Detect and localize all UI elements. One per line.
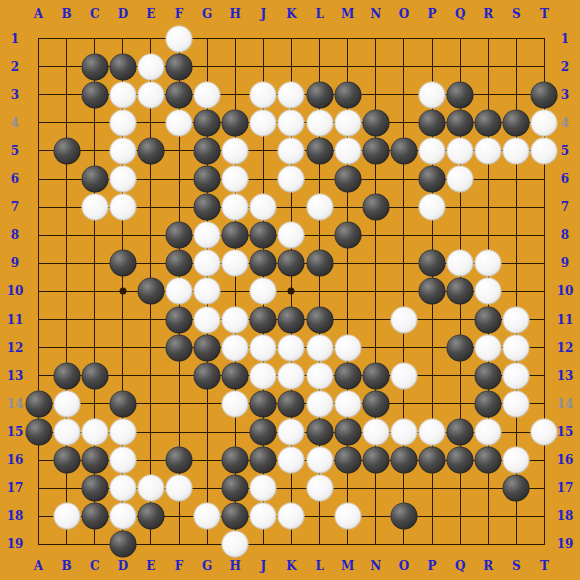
stone-black-N4 xyxy=(362,109,389,136)
stone-white-E3 xyxy=(137,81,164,108)
stone-black-H4 xyxy=(222,109,249,136)
stone-white-E2 xyxy=(137,53,164,80)
stone-black-J11 xyxy=(250,306,277,333)
stone-white-C7 xyxy=(81,194,108,221)
stone-black-O16 xyxy=(390,447,417,474)
stone-white-Q5 xyxy=(447,137,474,164)
row-label-left-14: 14 xyxy=(7,398,24,410)
stone-black-L5 xyxy=(306,137,333,164)
row-label-right-17: 17 xyxy=(557,482,574,494)
stone-white-J13 xyxy=(250,362,277,389)
stone-white-H9 xyxy=(222,250,249,277)
stone-black-P9 xyxy=(419,250,446,277)
stone-black-N7 xyxy=(362,194,389,221)
column-label-bottom-D: D xyxy=(118,560,128,572)
stone-white-L14 xyxy=(306,390,333,417)
stone-white-J12 xyxy=(250,334,277,361)
stone-white-H6 xyxy=(222,166,249,193)
stone-white-F17 xyxy=(166,475,193,502)
column-label-top-Q: Q xyxy=(455,8,465,20)
row-label-right-4: 4 xyxy=(561,117,569,129)
column-label-bottom-O: O xyxy=(399,560,409,572)
column-label-top-J: J xyxy=(261,8,267,20)
stone-white-H7 xyxy=(222,194,249,221)
stone-black-P10 xyxy=(419,278,446,305)
stone-white-P5 xyxy=(419,137,446,164)
stone-black-L3 xyxy=(306,81,333,108)
stone-white-D16 xyxy=(109,447,136,474)
stone-black-G6 xyxy=(194,166,221,193)
row-label-left-12: 12 xyxy=(7,342,24,354)
stone-white-S12 xyxy=(503,334,530,361)
column-label-top-H: H xyxy=(230,8,241,20)
stone-black-H8 xyxy=(222,222,249,249)
stone-black-D2 xyxy=(109,53,136,80)
row-label-right-19: 19 xyxy=(557,538,574,550)
column-label-bottom-C: C xyxy=(90,560,100,572)
column-label-top-L: L xyxy=(315,8,323,20)
row-label-left-1: 1 xyxy=(11,33,19,45)
stone-white-R5 xyxy=(475,137,502,164)
stone-black-F8 xyxy=(166,222,193,249)
column-label-bottom-R: R xyxy=(483,560,493,572)
column-label-top-C: C xyxy=(90,8,100,20)
row-label-left-17: 17 xyxy=(7,482,24,494)
stone-black-P6 xyxy=(419,166,446,193)
column-label-bottom-G: G xyxy=(202,560,212,572)
stone-black-O18 xyxy=(390,503,417,530)
stone-black-D14 xyxy=(109,390,136,417)
stone-black-S4 xyxy=(503,109,530,136)
stone-white-G9 xyxy=(194,250,221,277)
row-label-left-4: 4 xyxy=(11,117,19,129)
row-label-right-13: 13 xyxy=(557,370,574,382)
stone-black-C2 xyxy=(81,53,108,80)
row-label-left-16: 16 xyxy=(7,454,24,466)
stone-white-T4 xyxy=(531,109,558,136)
stone-black-G12 xyxy=(194,334,221,361)
stone-black-B16 xyxy=(53,447,80,474)
stone-black-F11 xyxy=(166,306,193,333)
column-label-top-R: R xyxy=(483,8,493,20)
stone-white-S13 xyxy=(503,362,530,389)
stone-white-H14 xyxy=(222,390,249,417)
stone-black-L9 xyxy=(306,250,333,277)
stone-white-S16 xyxy=(503,447,530,474)
stone-white-J4 xyxy=(250,109,277,136)
stone-black-C16 xyxy=(81,447,108,474)
stone-white-R12 xyxy=(475,334,502,361)
stone-black-N13 xyxy=(362,362,389,389)
stone-white-T15 xyxy=(531,419,558,446)
stone-white-B15 xyxy=(53,419,80,446)
stone-black-A15 xyxy=(25,419,52,446)
stone-white-C15 xyxy=(81,419,108,446)
stone-white-O11 xyxy=(390,306,417,333)
row-label-left-3: 3 xyxy=(11,89,19,101)
stone-white-G10 xyxy=(194,278,221,305)
stone-black-M16 xyxy=(334,447,361,474)
stone-white-K5 xyxy=(278,137,305,164)
stone-white-L4 xyxy=(306,109,333,136)
stone-white-O15 xyxy=(390,419,417,446)
row-label-right-2: 2 xyxy=(561,61,569,73)
column-label-bottom-H: H xyxy=(230,560,241,572)
stone-white-M12 xyxy=(334,334,361,361)
stone-white-B18 xyxy=(53,503,80,530)
row-label-right-7: 7 xyxy=(561,201,569,213)
row-label-right-1: 1 xyxy=(561,33,569,45)
stone-white-L16 xyxy=(306,447,333,474)
stone-black-F12 xyxy=(166,334,193,361)
column-label-top-G: G xyxy=(202,8,212,20)
stone-black-H16 xyxy=(222,447,249,474)
column-label-top-O: O xyxy=(399,8,409,20)
row-label-left-19: 19 xyxy=(7,538,24,550)
stone-white-D18 xyxy=(109,503,136,530)
column-label-bottom-M: M xyxy=(341,560,354,572)
stone-black-G13 xyxy=(194,362,221,389)
go-board[interactable]: AABBCCDDEEFFGGHHJJKKLLMMNNOOPPQQRRSSTT11… xyxy=(0,0,580,580)
stone-black-P4 xyxy=(419,109,446,136)
stone-white-G8 xyxy=(194,222,221,249)
stone-white-D5 xyxy=(109,137,136,164)
stone-black-S17 xyxy=(503,475,530,502)
stone-white-K3 xyxy=(278,81,305,108)
row-label-right-5: 5 xyxy=(561,145,569,157)
stone-black-B5 xyxy=(53,137,80,164)
stone-white-K16 xyxy=(278,447,305,474)
stone-black-E10 xyxy=(137,278,164,305)
row-label-right-11: 11 xyxy=(557,314,574,326)
stone-white-K8 xyxy=(278,222,305,249)
column-label-top-A: A xyxy=(34,8,43,20)
column-label-bottom-N: N xyxy=(370,560,381,572)
stone-white-F1 xyxy=(166,25,193,52)
column-label-top-M: M xyxy=(341,8,354,20)
stone-white-K4 xyxy=(278,109,305,136)
stone-white-H12 xyxy=(222,334,249,361)
column-label-bottom-S: S xyxy=(512,560,521,572)
stone-black-D9 xyxy=(109,250,136,277)
column-label-top-T: T xyxy=(540,8,549,20)
stone-white-J7 xyxy=(250,194,277,221)
row-label-right-9: 9 xyxy=(561,257,569,269)
stone-black-T3 xyxy=(531,81,558,108)
stone-black-Q16 xyxy=(447,447,474,474)
column-label-bottom-P: P xyxy=(428,560,437,572)
stone-black-C3 xyxy=(81,81,108,108)
stone-white-Q6 xyxy=(447,166,474,193)
column-label-top-S: S xyxy=(512,8,521,20)
stone-white-D7 xyxy=(109,194,136,221)
row-label-left-18: 18 xyxy=(7,510,24,522)
stone-black-E5 xyxy=(137,137,164,164)
row-label-right-16: 16 xyxy=(557,454,574,466)
stone-white-P7 xyxy=(419,194,446,221)
stone-white-P15 xyxy=(419,419,446,446)
stone-black-D19 xyxy=(109,531,136,558)
stone-white-M14 xyxy=(334,390,361,417)
stone-black-Q12 xyxy=(447,334,474,361)
stone-black-Q15 xyxy=(447,419,474,446)
stone-white-L7 xyxy=(306,194,333,221)
row-label-left-9: 9 xyxy=(11,257,19,269)
stone-black-J8 xyxy=(250,222,277,249)
stone-white-N15 xyxy=(362,419,389,446)
stone-white-H19 xyxy=(222,531,249,558)
row-label-right-3: 3 xyxy=(561,89,569,101)
stone-white-G18 xyxy=(194,503,221,530)
stone-white-R15 xyxy=(475,419,502,446)
stone-black-G7 xyxy=(194,194,221,221)
column-label-top-P: P xyxy=(428,8,437,20)
stone-white-R9 xyxy=(475,250,502,277)
stone-white-H5 xyxy=(222,137,249,164)
stone-white-S14 xyxy=(503,390,530,417)
column-label-bottom-F: F xyxy=(175,560,184,572)
column-label-bottom-B: B xyxy=(62,560,72,572)
stone-black-M15 xyxy=(334,419,361,446)
stone-black-Q4 xyxy=(447,109,474,136)
stone-white-P3 xyxy=(419,81,446,108)
row-label-left-2: 2 xyxy=(11,61,19,73)
stone-black-H17 xyxy=(222,475,249,502)
stone-black-G5 xyxy=(194,137,221,164)
row-label-right-12: 12 xyxy=(557,342,574,354)
stone-white-H11 xyxy=(222,306,249,333)
column-label-bottom-T: T xyxy=(540,560,549,572)
stone-white-T5 xyxy=(531,137,558,164)
stone-black-J14 xyxy=(250,390,277,417)
stone-black-L11 xyxy=(306,306,333,333)
stone-black-C18 xyxy=(81,503,108,530)
stone-black-F16 xyxy=(166,447,193,474)
stone-black-G4 xyxy=(194,109,221,136)
stone-white-M5 xyxy=(334,137,361,164)
stone-black-K14 xyxy=(278,390,305,417)
stone-white-F4 xyxy=(166,109,193,136)
row-label-left-13: 13 xyxy=(7,370,24,382)
row-label-left-15: 15 xyxy=(7,426,24,438)
stone-black-A14 xyxy=(25,390,52,417)
column-label-bottom-L: L xyxy=(315,560,323,572)
column-label-bottom-E: E xyxy=(146,560,155,572)
stone-black-M3 xyxy=(334,81,361,108)
stone-black-R13 xyxy=(475,362,502,389)
stone-black-F3 xyxy=(166,81,193,108)
stone-black-C6 xyxy=(81,166,108,193)
stone-white-E17 xyxy=(137,475,164,502)
stone-white-J17 xyxy=(250,475,277,502)
stone-black-C17 xyxy=(81,475,108,502)
row-label-right-15: 15 xyxy=(557,426,574,438)
stone-black-Q3 xyxy=(447,81,474,108)
stone-white-M4 xyxy=(334,109,361,136)
stone-black-J16 xyxy=(250,447,277,474)
row-label-left-7: 7 xyxy=(11,201,19,213)
column-label-top-D: D xyxy=(118,8,128,20)
stone-white-K18 xyxy=(278,503,305,530)
stone-white-B14 xyxy=(53,390,80,417)
stone-white-L12 xyxy=(306,334,333,361)
row-label-right-10: 10 xyxy=(557,285,574,297)
stone-white-J18 xyxy=(250,503,277,530)
column-label-top-K: K xyxy=(286,8,296,20)
stone-black-R11 xyxy=(475,306,502,333)
stone-white-Q9 xyxy=(447,250,474,277)
row-label-right-6: 6 xyxy=(561,173,569,185)
row-label-left-5: 5 xyxy=(11,145,19,157)
stone-white-S11 xyxy=(503,306,530,333)
stone-white-J10 xyxy=(250,278,277,305)
stone-white-J3 xyxy=(250,81,277,108)
stone-black-N16 xyxy=(362,447,389,474)
stone-black-J9 xyxy=(250,250,277,277)
stone-white-S5 xyxy=(503,137,530,164)
stone-white-K15 xyxy=(278,419,305,446)
stone-white-K12 xyxy=(278,334,305,361)
stone-black-B13 xyxy=(53,362,80,389)
stone-white-D17 xyxy=(109,475,136,502)
stone-black-E18 xyxy=(137,503,164,530)
stone-black-C13 xyxy=(81,362,108,389)
stone-black-L15 xyxy=(306,419,333,446)
column-label-bottom-Q: Q xyxy=(455,560,465,572)
stone-white-R10 xyxy=(475,278,502,305)
stone-black-H13 xyxy=(222,362,249,389)
column-label-top-F: F xyxy=(175,8,184,20)
stone-black-K11 xyxy=(278,306,305,333)
star-point-D10 xyxy=(119,288,126,295)
column-label-bottom-J: J xyxy=(261,560,267,572)
column-label-top-B: B xyxy=(62,8,72,20)
row-label-left-10: 10 xyxy=(7,285,24,297)
stone-black-K9 xyxy=(278,250,305,277)
column-label-top-E: E xyxy=(146,8,155,20)
row-label-left-8: 8 xyxy=(11,229,19,241)
stone-black-F9 xyxy=(166,250,193,277)
star-point-K10 xyxy=(288,288,295,295)
stone-white-K6 xyxy=(278,166,305,193)
row-label-left-6: 6 xyxy=(11,173,19,185)
stone-black-R14 xyxy=(475,390,502,417)
stone-black-P16 xyxy=(419,447,446,474)
stone-white-L13 xyxy=(306,362,333,389)
stone-black-N14 xyxy=(362,390,389,417)
stone-black-F2 xyxy=(166,53,193,80)
stone-black-M13 xyxy=(334,362,361,389)
stone-white-M18 xyxy=(334,503,361,530)
stone-white-L17 xyxy=(306,475,333,502)
stone-white-G11 xyxy=(194,306,221,333)
column-label-bottom-K: K xyxy=(286,560,296,572)
stone-white-D3 xyxy=(109,81,136,108)
stone-white-G3 xyxy=(194,81,221,108)
stone-black-Q10 xyxy=(447,278,474,305)
stone-white-K13 xyxy=(278,362,305,389)
stone-black-R16 xyxy=(475,447,502,474)
row-label-right-14: 14 xyxy=(557,398,574,410)
stone-black-O5 xyxy=(390,137,417,164)
row-label-right-18: 18 xyxy=(557,510,574,522)
stone-white-D4 xyxy=(109,109,136,136)
stone-white-F10 xyxy=(166,278,193,305)
stone-white-D15 xyxy=(109,419,136,446)
row-label-right-8: 8 xyxy=(561,229,569,241)
column-label-top-N: N xyxy=(370,8,381,20)
stone-white-O13 xyxy=(390,362,417,389)
stone-black-M6 xyxy=(334,166,361,193)
stone-black-M8 xyxy=(334,222,361,249)
stone-black-R4 xyxy=(475,109,502,136)
stone-black-N5 xyxy=(362,137,389,164)
column-label-bottom-A: A xyxy=(34,560,43,572)
stone-black-H18 xyxy=(222,503,249,530)
row-label-left-11: 11 xyxy=(7,314,24,326)
stone-black-J15 xyxy=(250,419,277,446)
stone-white-D6 xyxy=(109,166,136,193)
